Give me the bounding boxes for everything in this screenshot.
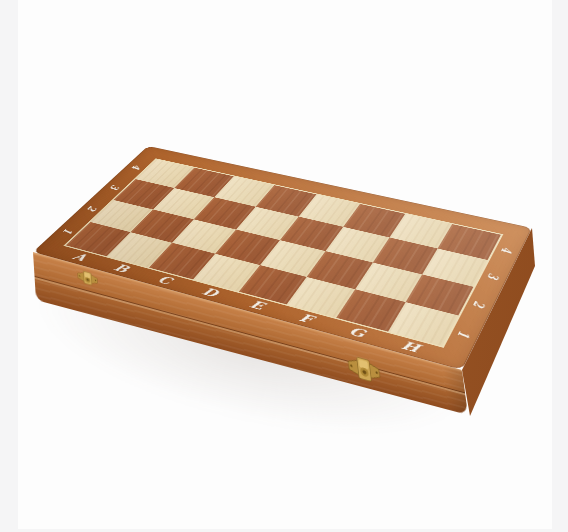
page-background: ABCDEFGH43214321 [0, 0, 568, 532]
product-photo: ABCDEFGH43214321 [18, 0, 552, 529]
brass-clasp-icon [344, 351, 383, 387]
brass-clasp-icon [76, 267, 100, 290]
chess-box-scene: ABCDEFGH43214321 [18, 0, 552, 529]
